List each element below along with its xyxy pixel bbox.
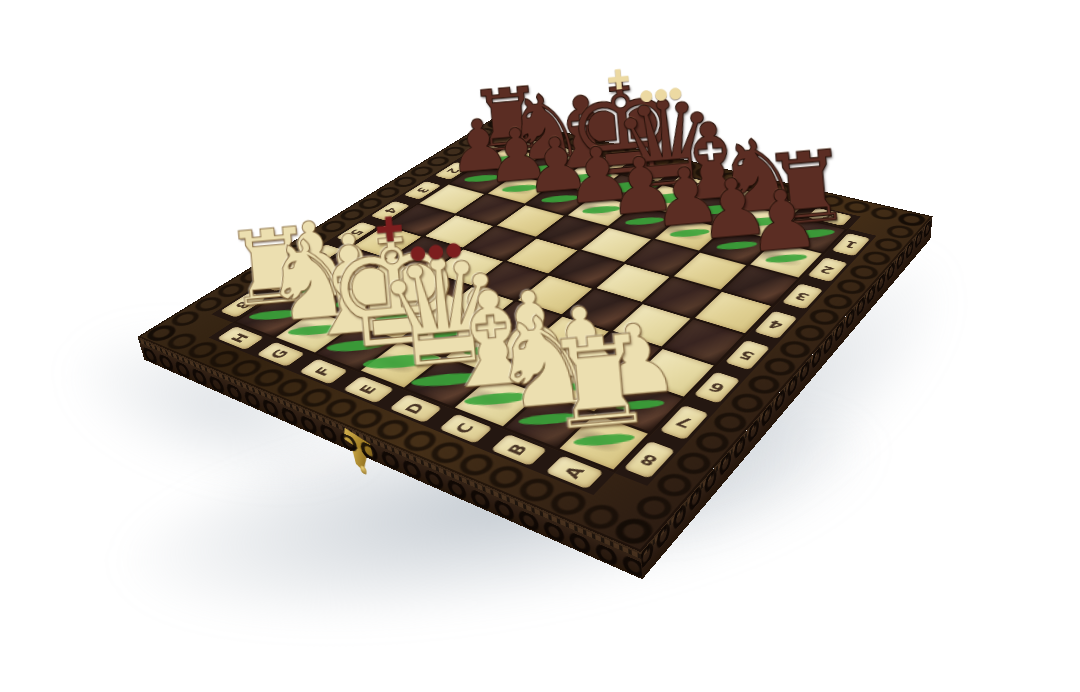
felt-ring — [573, 432, 635, 447]
queen-orbs-finial: ●●● — [639, 85, 684, 104]
chess-set-photo: HGFEDCBA HGFEDCBA 12345678 12345678 ♜♞♝♚… — [0, 0, 1080, 692]
brown-pawn-a2: ♟ — [742, 177, 823, 266]
felt-ring — [765, 254, 807, 264]
cream-rook-a8: ♜ — [539, 318, 659, 450]
queen-orbs-finial: ●●● — [409, 239, 464, 262]
